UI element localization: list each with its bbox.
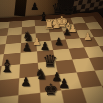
piece-black-pawn[interactable]: ♟ xyxy=(58,77,70,90)
chess-photo-scene: ♜♞♚♝♟♟♟♞♟♝♟♟♟♛♞♟♟♟♚♛♚♟♝♟ xyxy=(0,0,103,103)
captured-piece-silhouette: ♝ xyxy=(39,11,50,23)
captured-piece-silhouette: ♟ xyxy=(71,6,79,15)
piece-black-pawn[interactable]: ♟ xyxy=(55,37,64,47)
piece-black-pawn[interactable]: ♟ xyxy=(63,28,71,37)
piece-black-bishop[interactable]: ♝ xyxy=(0,58,15,75)
piece-black-king[interactable]: ♚ xyxy=(44,82,58,98)
captured-piece-silhouette: ♟ xyxy=(31,2,40,12)
piece-layer: ♜♞♚♝♟♟♟♞♟♝♟♟♟♛♞♟♟♟♚♛♚♟♝♟ xyxy=(0,0,103,103)
piece-white-pawn[interactable]: ♟ xyxy=(84,32,93,42)
piece-black-pawn[interactable]: ♟ xyxy=(21,76,32,88)
piece-black-knight[interactable]: ♞ xyxy=(35,67,48,81)
piece-black-pawn[interactable]: ♟ xyxy=(22,42,32,53)
